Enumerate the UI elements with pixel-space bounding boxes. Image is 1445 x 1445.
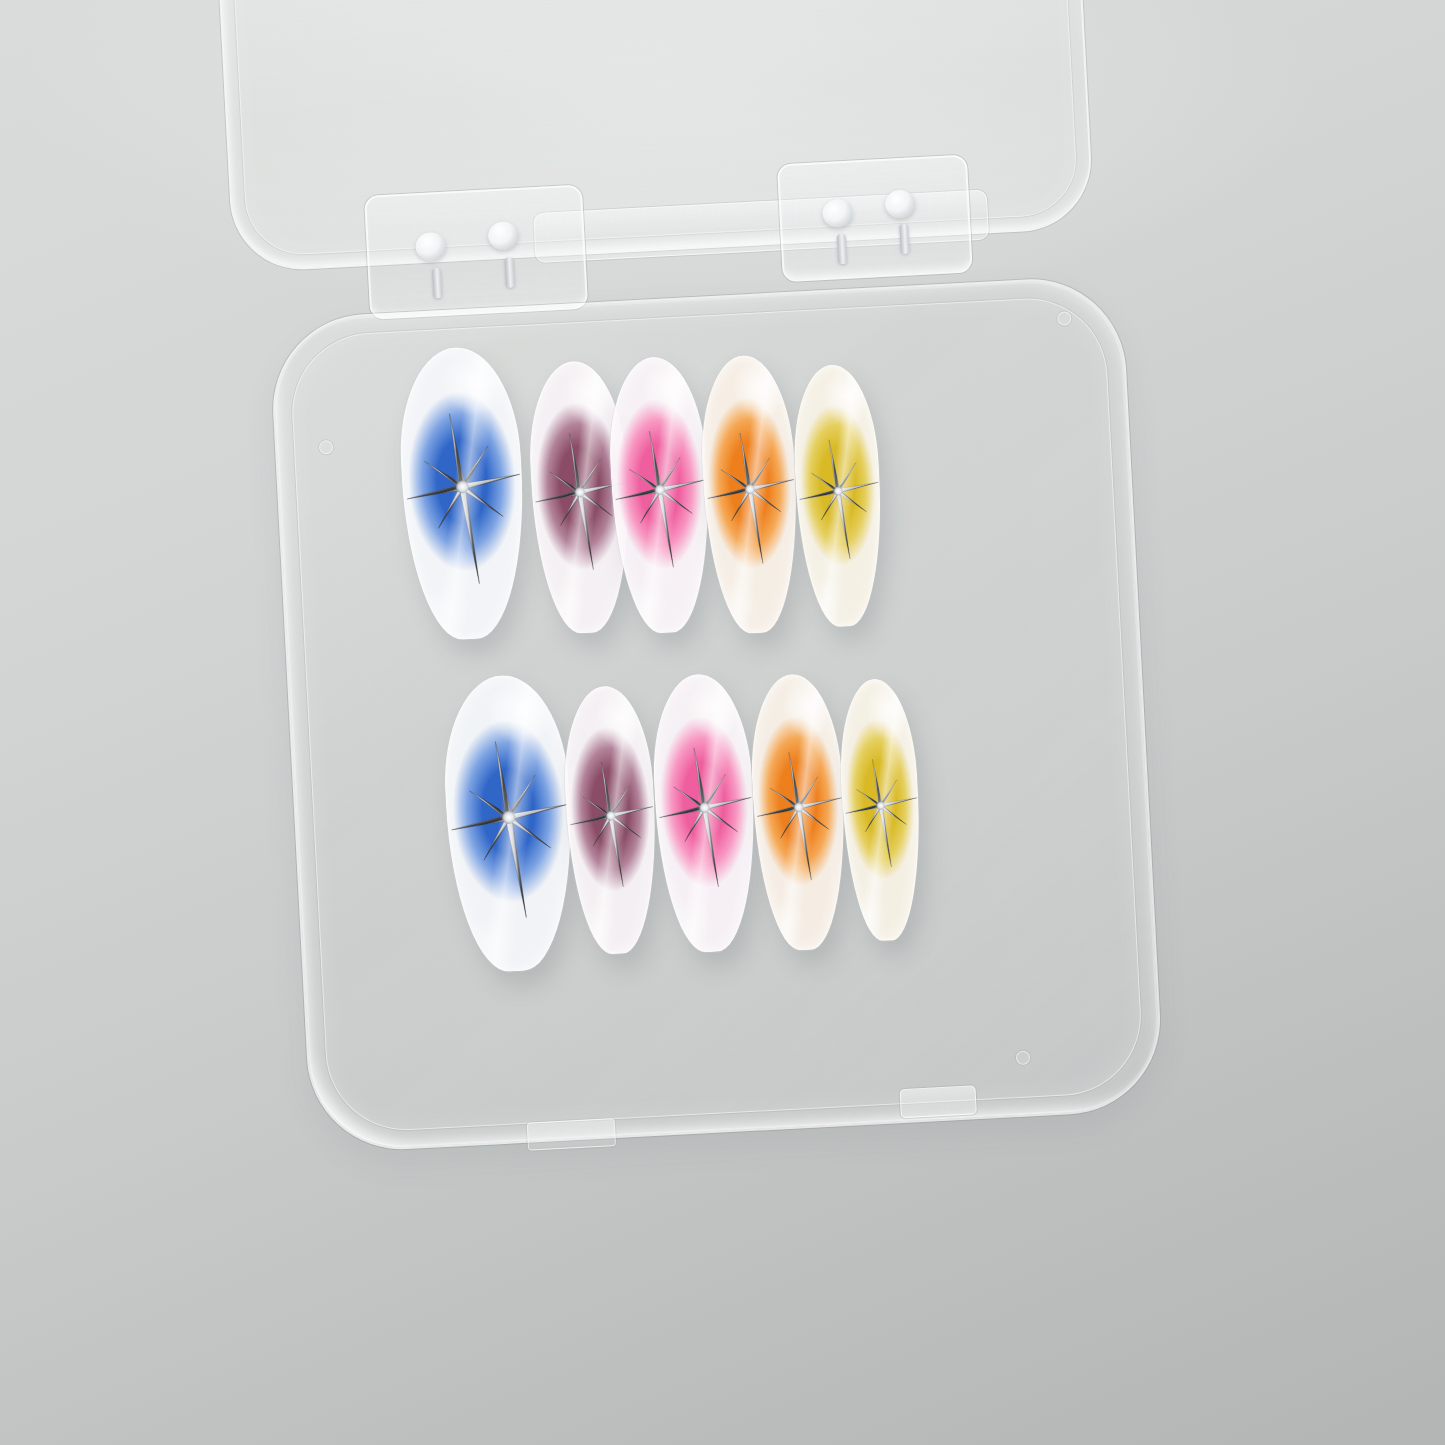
starburst-icon — [837, 695, 925, 924]
hinge-stem — [837, 234, 848, 264]
product-photo-scene — [0, 0, 1445, 1445]
hinge-stem — [432, 268, 443, 298]
hinge-stem — [899, 223, 910, 253]
starburst-icon — [561, 703, 661, 938]
case-group — [0, 0, 1445, 1445]
nail-row2-plum — [560, 684, 662, 956]
starburst-icon — [650, 691, 760, 935]
nail-row2-blue — [439, 672, 578, 974]
nail-row2-pink — [649, 672, 761, 955]
nail-row1-blue — [395, 344, 530, 642]
starburst-icon — [748, 691, 850, 933]
hinge-pin-icon — [822, 199, 853, 229]
starburst-icon — [440, 693, 577, 954]
hinge-right — [777, 154, 973, 282]
hinge-pin-icon — [487, 221, 518, 251]
starburst-icon — [396, 365, 529, 622]
nail-row1-orange — [697, 353, 803, 635]
nail-row2-yellow — [836, 677, 926, 943]
starburst-icon — [698, 372, 802, 616]
starburst-icon — [606, 374, 714, 616]
hinge-pin-icon — [415, 232, 446, 262]
hinge-pin-icon — [885, 189, 916, 219]
case-tab — [527, 1118, 616, 1151]
case-latch — [899, 1085, 976, 1118]
starburst-icon — [790, 381, 886, 610]
hinge-stem — [504, 257, 515, 287]
hinge-left — [364, 185, 588, 320]
nail-row2-orange — [747, 672, 851, 952]
nail-row1-yellow — [790, 363, 888, 629]
